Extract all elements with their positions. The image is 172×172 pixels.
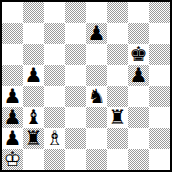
square-g4[interactable] — [128, 86, 149, 107]
black-pawn[interactable]: ♟ — [2, 86, 23, 107]
square-a6[interactable] — [2, 44, 23, 65]
square-d4[interactable] — [65, 86, 86, 107]
black-bishop[interactable]: ♝ — [23, 107, 44, 128]
square-b5[interactable]: ♟ — [23, 65, 44, 86]
square-a2[interactable]: ♟ — [2, 128, 23, 149]
square-b7[interactable] — [23, 23, 44, 44]
square-g1[interactable] — [128, 149, 149, 170]
square-f7[interactable] — [107, 23, 128, 44]
square-e6[interactable] — [86, 44, 107, 65]
square-c4[interactable] — [44, 86, 65, 107]
square-b3[interactable]: ♝ — [23, 107, 44, 128]
black-pawn[interactable]: ♟ — [2, 128, 23, 149]
square-d3[interactable] — [65, 107, 86, 128]
square-e7[interactable]: ♟ — [86, 23, 107, 44]
square-d8[interactable] — [65, 2, 86, 23]
chess-board: ♟♚♟♟♟♞♟♝♜♟♜♝♗♚♔ — [2, 2, 170, 170]
square-c7[interactable] — [44, 23, 65, 44]
square-a4[interactable]: ♟ — [2, 86, 23, 107]
square-a5[interactable] — [2, 65, 23, 86]
square-b4[interactable] — [23, 86, 44, 107]
square-a8[interactable] — [2, 2, 23, 23]
black-pawn[interactable]: ♟ — [86, 23, 107, 44]
square-f5[interactable] — [107, 65, 128, 86]
square-g6[interactable]: ♚ — [128, 44, 149, 65]
square-c1[interactable] — [44, 149, 65, 170]
square-e2[interactable] — [86, 128, 107, 149]
square-g5[interactable]: ♟ — [128, 65, 149, 86]
black-pawn[interactable]: ♟ — [128, 65, 149, 86]
white-king[interactable]: ♔ — [2, 149, 23, 170]
square-c8[interactable] — [44, 2, 65, 23]
square-h3[interactable] — [149, 107, 170, 128]
black-pawn[interactable]: ♟ — [23, 65, 44, 86]
square-e5[interactable] — [86, 65, 107, 86]
square-h4[interactable] — [149, 86, 170, 107]
square-d5[interactable] — [65, 65, 86, 86]
square-c6[interactable] — [44, 44, 65, 65]
square-c2[interactable]: ♝♗ — [44, 128, 65, 149]
square-h1[interactable] — [149, 149, 170, 170]
black-knight[interactable]: ♞ — [86, 86, 107, 107]
black-rook[interactable]: ♜ — [107, 107, 128, 128]
square-f6[interactable] — [107, 44, 128, 65]
square-b1[interactable] — [23, 149, 44, 170]
square-h5[interactable] — [149, 65, 170, 86]
square-f4[interactable] — [107, 86, 128, 107]
square-d1[interactable] — [65, 149, 86, 170]
black-king[interactable]: ♚ — [128, 44, 149, 65]
square-b8[interactable] — [23, 2, 44, 23]
square-e3[interactable] — [86, 107, 107, 128]
square-f3[interactable]: ♜ — [107, 107, 128, 128]
square-g3[interactable] — [128, 107, 149, 128]
square-e4[interactable]: ♞ — [86, 86, 107, 107]
square-e1[interactable] — [86, 149, 107, 170]
square-c5[interactable] — [44, 65, 65, 86]
square-d6[interactable] — [65, 44, 86, 65]
square-c3[interactable] — [44, 107, 65, 128]
square-e8[interactable] — [86, 2, 107, 23]
square-a1[interactable]: ♚♔ — [2, 149, 23, 170]
square-h7[interactable] — [149, 23, 170, 44]
square-f2[interactable] — [107, 128, 128, 149]
square-f8[interactable] — [107, 2, 128, 23]
square-g2[interactable] — [128, 128, 149, 149]
white-bishop[interactable]: ♗ — [44, 128, 65, 149]
square-h6[interactable] — [149, 44, 170, 65]
square-h2[interactable] — [149, 128, 170, 149]
black-pawn[interactable]: ♟ — [2, 107, 23, 128]
square-g7[interactable] — [128, 23, 149, 44]
black-rook[interactable]: ♜ — [23, 128, 44, 149]
board-frame: ♟♚♟♟♟♞♟♝♜♟♜♝♗♚♔ — [0, 0, 172, 172]
square-f1[interactable] — [107, 149, 128, 170]
square-a3[interactable]: ♟ — [2, 107, 23, 128]
square-d7[interactable] — [65, 23, 86, 44]
square-d2[interactable] — [65, 128, 86, 149]
square-b6[interactable] — [23, 44, 44, 65]
square-g8[interactable] — [128, 2, 149, 23]
square-b2[interactable]: ♜ — [23, 128, 44, 149]
square-a7[interactable] — [2, 23, 23, 44]
square-h8[interactable] — [149, 2, 170, 23]
